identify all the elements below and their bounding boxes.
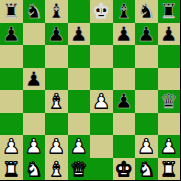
black-knight[interactable]: ♞ bbox=[137, 0, 155, 23]
square-c2[interactable]: ♟ bbox=[45, 135, 68, 158]
square-b4[interactable] bbox=[23, 90, 46, 113]
square-c4[interactable]: ♝ bbox=[45, 90, 68, 113]
square-e3[interactable] bbox=[90, 113, 113, 136]
square-g2[interactable]: ♟ bbox=[135, 135, 158, 158]
black-pawn[interactable]: ♟ bbox=[25, 68, 43, 91]
square-b8[interactable]: ♞ bbox=[23, 0, 46, 23]
square-d7[interactable]: ♟ bbox=[68, 23, 91, 46]
square-a5[interactable] bbox=[0, 68, 23, 91]
black-king[interactable]: ♚ bbox=[92, 0, 110, 23]
square-e1[interactable] bbox=[90, 158, 113, 181]
square-g8[interactable]: ♞ bbox=[135, 0, 158, 23]
white-pawn[interactable]: ♟ bbox=[137, 135, 155, 158]
square-c3[interactable] bbox=[45, 113, 68, 136]
square-h7[interactable]: ♟ bbox=[158, 23, 181, 46]
white-rook[interactable]: ♜ bbox=[160, 158, 178, 181]
square-d3[interactable] bbox=[68, 113, 91, 136]
square-d8[interactable] bbox=[68, 0, 91, 23]
white-bishop[interactable]: ♝ bbox=[47, 90, 65, 113]
square-e4[interactable]: ♟ bbox=[90, 90, 113, 113]
black-bishop[interactable]: ♝ bbox=[115, 0, 133, 23]
square-f7[interactable]: ♟ bbox=[113, 23, 136, 46]
square-g6[interactable] bbox=[135, 45, 158, 68]
white-knight[interactable]: ♞ bbox=[137, 158, 155, 181]
square-f4[interactable]: ♟ bbox=[113, 90, 136, 113]
white-bishop[interactable]: ♝ bbox=[47, 158, 65, 181]
black-pawn[interactable]: ♟ bbox=[137, 23, 155, 46]
square-g3[interactable] bbox=[135, 113, 158, 136]
square-c7[interactable]: ♟ bbox=[45, 23, 68, 46]
square-h1[interactable]: ♜ bbox=[158, 158, 181, 181]
square-b1[interactable]: ♞ bbox=[23, 158, 46, 181]
white-pawn[interactable]: ♟ bbox=[160, 135, 178, 158]
square-h4[interactable]: ♛ bbox=[158, 90, 181, 113]
black-bishop[interactable]: ♝ bbox=[47, 0, 65, 23]
square-g7[interactable]: ♟ bbox=[135, 23, 158, 46]
square-b3[interactable] bbox=[23, 113, 46, 136]
square-a4[interactable] bbox=[0, 90, 23, 113]
square-d4[interactable] bbox=[68, 90, 91, 113]
square-d1[interactable]: ♛ bbox=[68, 158, 91, 181]
square-f3[interactable] bbox=[113, 113, 136, 136]
white-king[interactable]: ♚ bbox=[115, 158, 133, 181]
white-pawn[interactable]: ♟ bbox=[92, 90, 110, 113]
square-f8[interactable]: ♝ bbox=[113, 0, 136, 23]
square-g4[interactable] bbox=[135, 90, 158, 113]
square-a3[interactable] bbox=[0, 113, 23, 136]
square-d6[interactable] bbox=[68, 45, 91, 68]
square-c8[interactable]: ♝ bbox=[45, 0, 68, 23]
black-pawn[interactable]: ♟ bbox=[47, 23, 65, 46]
square-b2[interactable]: ♟ bbox=[23, 135, 46, 158]
white-pawn[interactable]: ♟ bbox=[47, 135, 65, 158]
white-pawn[interactable]: ♟ bbox=[70, 135, 88, 158]
square-a2[interactable]: ♟ bbox=[0, 135, 23, 158]
square-a6[interactable] bbox=[0, 45, 23, 68]
square-e7[interactable] bbox=[90, 23, 113, 46]
black-pawn[interactable]: ♟ bbox=[70, 23, 88, 46]
square-h8[interactable]: ♜ bbox=[158, 0, 181, 23]
square-c5[interactable] bbox=[45, 68, 68, 91]
square-h5[interactable] bbox=[158, 68, 181, 91]
square-e6[interactable] bbox=[90, 45, 113, 68]
square-f1[interactable]: ♚ bbox=[113, 158, 136, 181]
square-c6[interactable] bbox=[45, 45, 68, 68]
square-g5[interactable] bbox=[135, 68, 158, 91]
square-h2[interactable]: ♟ bbox=[158, 135, 181, 158]
white-pawn[interactable]: ♟ bbox=[2, 135, 20, 158]
black-knight[interactable]: ♞ bbox=[25, 0, 43, 23]
square-b7[interactable] bbox=[23, 23, 46, 46]
black-pawn[interactable]: ♟ bbox=[115, 90, 133, 113]
square-f2[interactable] bbox=[113, 135, 136, 158]
square-f6[interactable] bbox=[113, 45, 136, 68]
square-a1[interactable]: ♜ bbox=[0, 158, 23, 181]
square-d5[interactable] bbox=[68, 68, 91, 91]
black-pawn[interactable]: ♟ bbox=[115, 23, 133, 46]
square-e5[interactable] bbox=[90, 68, 113, 91]
square-d2[interactable]: ♟ bbox=[68, 135, 91, 158]
square-b6[interactable] bbox=[23, 45, 46, 68]
white-knight[interactable]: ♞ bbox=[25, 158, 43, 181]
square-e2[interactable] bbox=[90, 135, 113, 158]
square-a7[interactable]: ♟ bbox=[0, 23, 23, 46]
square-h3[interactable] bbox=[158, 113, 181, 136]
square-b5[interactable]: ♟ bbox=[23, 68, 46, 91]
square-g1[interactable]: ♞ bbox=[135, 158, 158, 181]
white-pawn[interactable]: ♟ bbox=[25, 135, 43, 158]
black-rook[interactable]: ♜ bbox=[2, 0, 20, 23]
square-e8[interactable]: ♚ bbox=[90, 0, 113, 23]
square-c1[interactable]: ♝ bbox=[45, 158, 68, 181]
square-f5[interactable] bbox=[113, 68, 136, 91]
black-rook[interactable]: ♜ bbox=[160, 0, 178, 23]
black-queen[interactable]: ♛ bbox=[160, 90, 178, 113]
square-a8[interactable]: ♜ bbox=[0, 0, 23, 23]
black-pawn[interactable]: ♟ bbox=[160, 23, 178, 46]
chess-board: ♜♞♝♚♝♞♜♟♟♟♟♟♟♟♝♟♟♛♟♟♟♟♟♟♜♞♝♛♚♞♜ bbox=[0, 0, 180, 180]
black-pawn[interactable]: ♟ bbox=[2, 23, 20, 46]
white-queen[interactable]: ♛ bbox=[70, 158, 88, 181]
square-h6[interactable] bbox=[158, 45, 181, 68]
white-rook[interactable]: ♜ bbox=[2, 158, 20, 181]
